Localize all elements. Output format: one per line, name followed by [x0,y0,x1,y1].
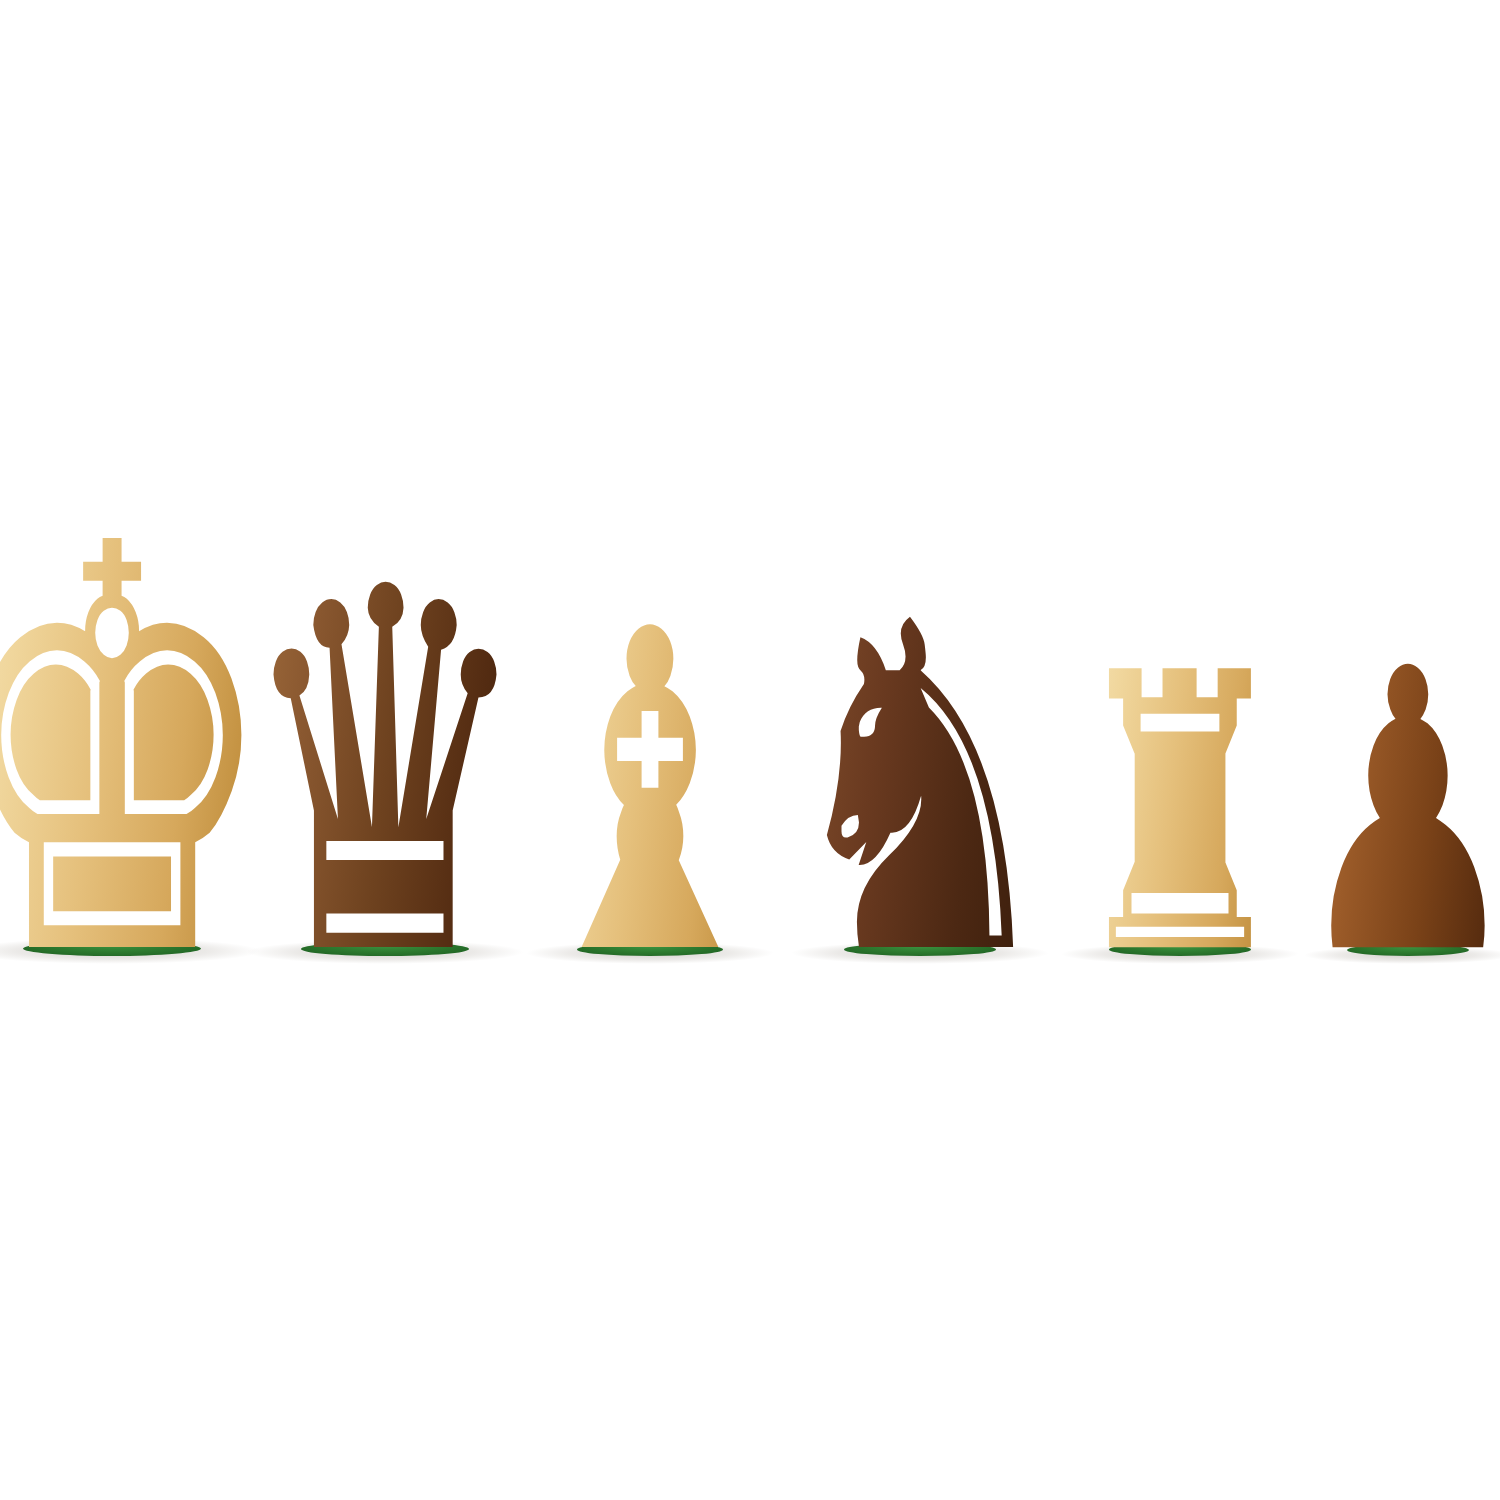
king-icon: ♚ [0,473,278,1033]
queen-icon: ♛ [237,524,533,1024]
chess-pieces-photo: ♚ ♛ ♝ ♞ ♜ ♟ [0,0,1500,1500]
knight-icon: ♞ [774,565,1066,1017]
bishop-icon: ♝ [519,573,781,1015]
pawn-icon: ♟ [1293,619,1500,1007]
rook-icon: ♜ [1067,624,1293,1006]
